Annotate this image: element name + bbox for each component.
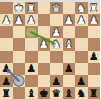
square-b3[interactable] — [75, 26, 88, 38]
black-pawn[interactable]: ♟ — [52, 75, 61, 86]
square-e5[interactable] — [38, 51, 51, 63]
square-a3[interactable] — [88, 26, 101, 38]
square-c6[interactable]: ♟ — [63, 63, 76, 75]
white-pawn[interactable]: ♟ — [39, 39, 48, 50]
black-pawn[interactable]: ♟ — [2, 75, 11, 86]
black-rook[interactable]: ♜ — [89, 87, 98, 98]
square-g6[interactable] — [13, 63, 26, 75]
square-d3[interactable]: ♟ — [50, 26, 63, 38]
square-d2[interactable] — [50, 14, 63, 26]
square-c2[interactable]: ♟ — [63, 14, 76, 26]
square-e8[interactable]: ♚ — [38, 87, 51, 99]
chess-board[interactable]: ♚♜♛♞♜♟♟♟♟♟♟♟♟♞♝♟♟♟♟♟♟♟♜♝♚♛♝♞♜ — [0, 2, 100, 99]
square-f4[interactable] — [25, 38, 38, 50]
white-knight[interactable]: ♞ — [77, 2, 86, 13]
black-pawn[interactable]: ♟ — [64, 63, 73, 74]
square-h3[interactable] — [0, 26, 13, 38]
white-queen[interactable]: ♛ — [52, 2, 61, 13]
square-h2[interactable]: ♟ — [0, 14, 13, 26]
white-king[interactable]: ♚ — [14, 2, 23, 13]
white-pawn[interactable]: ♟ — [64, 14, 73, 25]
square-f5[interactable] — [25, 51, 38, 63]
square-b7[interactable]: ♟ — [75, 75, 88, 87]
black-pawn[interactable]: ♟ — [89, 51, 98, 62]
square-d1[interactable]: ♛ — [50, 2, 63, 14]
square-b5[interactable] — [75, 51, 88, 63]
square-f1[interactable]: ♜ — [25, 2, 38, 14]
square-a8[interactable]: ♜ — [88, 87, 101, 99]
square-d5[interactable] — [50, 51, 63, 63]
square-h7[interactable]: ♟ — [0, 75, 13, 87]
black-knight[interactable]: ♞ — [77, 87, 86, 98]
square-e3[interactable] — [38, 26, 51, 38]
square-d8[interactable]: ♛ — [50, 87, 63, 99]
square-a5[interactable]: ♟ — [88, 51, 101, 63]
square-c4[interactable]: ♝ — [63, 38, 76, 50]
square-b6[interactable] — [75, 63, 88, 75]
square-f8[interactable]: ♝ — [25, 87, 38, 99]
square-a2[interactable]: ♟ — [88, 14, 101, 26]
white-pawn[interactable]: ♟ — [77, 14, 86, 25]
square-a1[interactable]: ♜ — [88, 2, 101, 14]
square-h8[interactable]: ♜ — [0, 87, 13, 99]
square-h1[interactable] — [0, 2, 13, 14]
white-bishop[interactable]: ♝ — [64, 39, 73, 50]
square-h5[interactable] — [0, 51, 13, 63]
white-pawn[interactable]: ♟ — [52, 27, 61, 38]
white-rook[interactable]: ♜ — [27, 2, 36, 13]
white-pawn[interactable]: ♟ — [14, 14, 23, 25]
square-f6[interactable]: ♟ — [25, 63, 38, 75]
square-c7[interactable] — [63, 75, 76, 87]
square-b8[interactable]: ♞ — [75, 87, 88, 99]
black-bishop[interactable]: ♝ — [64, 87, 73, 98]
square-c1[interactable] — [63, 2, 76, 14]
square-b2[interactable]: ♟ — [75, 14, 88, 26]
square-a6[interactable] — [88, 63, 101, 75]
square-b4[interactable] — [75, 38, 88, 50]
black-pawn[interactable]: ♟ — [77, 75, 86, 86]
square-h6[interactable]: ♟ — [0, 63, 13, 75]
square-g5[interactable] — [13, 51, 26, 63]
square-g2[interactable]: ♟ — [13, 14, 26, 26]
white-pawn[interactable]: ♟ — [2, 14, 11, 25]
chess-app-window: ♚♜♛♞♜♟♟♟♟♟♟♟♟♞♝♟♟♟♟♟♟♟♜♝♚♛♝♞♜ — [0, 0, 100, 99]
square-a4[interactable] — [88, 38, 101, 50]
square-d7[interactable]: ♟ — [50, 75, 63, 87]
square-c8[interactable]: ♝ — [63, 87, 76, 99]
black-pawn[interactable]: ♟ — [2, 63, 11, 74]
black-pawn[interactable]: ♟ — [27, 63, 36, 74]
square-a7[interactable] — [88, 75, 101, 87]
square-g3[interactable] — [13, 26, 26, 38]
black-bishop[interactable]: ♝ — [27, 87, 36, 98]
square-e4[interactable]: ♟ — [38, 38, 51, 50]
square-d4[interactable]: ♞ — [50, 38, 63, 50]
square-e2[interactable] — [38, 14, 51, 26]
white-knight[interactable]: ♞ — [52, 39, 61, 50]
square-e1[interactable] — [38, 2, 51, 14]
square-e6[interactable] — [38, 63, 51, 75]
square-g8[interactable] — [13, 87, 26, 99]
square-h4[interactable] — [0, 38, 13, 50]
black-king[interactable]: ♚ — [39, 87, 48, 98]
square-f7[interactable] — [25, 75, 38, 87]
square-g7[interactable] — [13, 75, 26, 87]
black-rook[interactable]: ♜ — [2, 87, 11, 98]
square-f3[interactable] — [25, 26, 38, 38]
square-c3[interactable] — [63, 26, 76, 38]
square-g4[interactable] — [13, 38, 26, 50]
white-pawn[interactable]: ♟ — [89, 14, 98, 25]
square-d6[interactable] — [50, 63, 63, 75]
square-b1[interactable]: ♞ — [75, 2, 88, 14]
square-c5[interactable] — [63, 51, 76, 63]
black-queen[interactable]: ♛ — [52, 87, 61, 98]
square-g1[interactable]: ♚ — [13, 2, 26, 14]
white-pawn[interactable]: ♟ — [27, 14, 36, 25]
square-f2[interactable]: ♟ — [25, 14, 38, 26]
square-e7[interactable] — [38, 75, 51, 87]
white-rook[interactable]: ♜ — [89, 2, 98, 13]
